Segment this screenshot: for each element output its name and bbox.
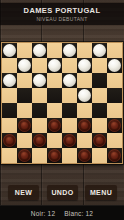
board-square[interactable]: ● xyxy=(17,118,32,133)
board-square[interactable]: ● xyxy=(2,73,17,88)
board-square[interactable] xyxy=(62,88,77,103)
white-piece[interactable]: ● xyxy=(93,44,106,57)
board-square[interactable]: ● xyxy=(32,43,47,58)
red-piece[interactable]: ● xyxy=(108,149,121,162)
board-square[interactable] xyxy=(107,103,122,118)
red-piece[interactable]: ● xyxy=(78,149,91,162)
white-piece[interactable]: ● xyxy=(78,59,91,72)
board-square[interactable] xyxy=(107,43,122,58)
white-piece[interactable]: ● xyxy=(108,59,121,72)
board-square[interactable] xyxy=(92,148,107,163)
red-piece[interactable]: ● xyxy=(48,149,61,162)
board-square[interactable] xyxy=(77,103,92,118)
undo-button[interactable]: UNDO xyxy=(47,185,78,200)
board-square[interactable]: ● xyxy=(77,148,92,163)
board-square[interactable] xyxy=(107,133,122,148)
board-square[interactable] xyxy=(32,148,47,163)
board-square[interactable] xyxy=(107,88,122,103)
board-square[interactable] xyxy=(17,73,32,88)
board-square[interactable] xyxy=(77,43,92,58)
board-square[interactable] xyxy=(32,103,47,118)
menu-button[interactable]: MENU xyxy=(85,185,117,200)
board-square[interactable]: ● xyxy=(2,43,17,58)
board-square[interactable] xyxy=(62,58,77,73)
red-piece[interactable]: ● xyxy=(3,134,16,147)
board-square[interactable] xyxy=(62,148,77,163)
red-piece[interactable]: ● xyxy=(78,119,91,132)
button-row: NEW UNDO MENU xyxy=(0,185,124,200)
white-piece[interactable]: ● xyxy=(33,44,46,57)
board-square[interactable]: ● xyxy=(32,133,47,148)
board-square[interactable]: ● xyxy=(77,88,92,103)
white-piece[interactable]: ● xyxy=(33,74,46,87)
board-square[interactable] xyxy=(47,73,62,88)
board-square[interactable] xyxy=(2,58,17,73)
board-square[interactable]: ● xyxy=(107,58,122,73)
board-square[interactable] xyxy=(2,118,17,133)
board-square[interactable] xyxy=(47,133,62,148)
white-piece[interactable]: ● xyxy=(63,44,76,57)
white-piece[interactable]: ● xyxy=(18,59,31,72)
red-piece[interactable]: ● xyxy=(18,149,31,162)
header-bar: DAMES PORTUGAL NIVEAU DEBUTANT xyxy=(0,3,124,25)
board-square[interactable] xyxy=(32,58,47,73)
board-square[interactable]: ● xyxy=(77,58,92,73)
board-square[interactable] xyxy=(62,118,77,133)
board-square[interactable]: ● xyxy=(107,118,122,133)
board-square[interactable] xyxy=(2,148,17,163)
board-square[interactable] xyxy=(92,88,107,103)
board-square[interactable]: ● xyxy=(62,73,77,88)
board-square[interactable]: ● xyxy=(17,58,32,73)
board-square[interactable] xyxy=(62,103,77,118)
board-square[interactable]: ● xyxy=(77,118,92,133)
white-piece[interactable]: ● xyxy=(3,44,16,57)
new-game-button[interactable]: NEW xyxy=(8,185,39,200)
red-piece[interactable]: ● xyxy=(33,134,46,147)
red-piece[interactable]: ● xyxy=(63,134,76,147)
board-square[interactable] xyxy=(17,133,32,148)
board-square[interactable]: ● xyxy=(62,133,77,148)
white-piece[interactable]: ● xyxy=(48,59,61,72)
board: ●●●●●●●●●●●●●●●●●●●●●●●● xyxy=(1,42,123,164)
board-square[interactable]: ● xyxy=(47,148,62,163)
white-count-label: Blanc: 12 xyxy=(64,210,93,217)
board-square[interactable] xyxy=(92,73,107,88)
red-piece[interactable]: ● xyxy=(48,119,61,132)
board-square[interactable]: ● xyxy=(47,58,62,73)
black-count-label: Noir: 12 xyxy=(31,210,55,217)
board-square[interactable]: ● xyxy=(92,133,107,148)
red-piece[interactable]: ● xyxy=(18,119,31,132)
board-square[interactable]: ● xyxy=(17,148,32,163)
board-square[interactable] xyxy=(47,43,62,58)
red-piece[interactable]: ● xyxy=(108,119,121,132)
white-piece[interactable]: ● xyxy=(63,74,76,87)
board-square[interactable] xyxy=(77,133,92,148)
board-square[interactable]: ● xyxy=(107,148,122,163)
board-square[interactable] xyxy=(47,88,62,103)
board-square[interactable] xyxy=(47,103,62,118)
difficulty-label: NIVEAU DEBUTANT xyxy=(36,16,87,22)
board-square[interactable] xyxy=(17,88,32,103)
app-window: DAMES PORTUGAL NIVEAU DEBUTANT ●●●●●●●●●… xyxy=(0,0,124,220)
red-piece[interactable]: ● xyxy=(93,134,106,147)
board-square[interactable] xyxy=(32,88,47,103)
board-square[interactable]: ● xyxy=(47,118,62,133)
board-square[interactable]: ● xyxy=(2,133,17,148)
board-square[interactable] xyxy=(92,103,107,118)
board-square[interactable] xyxy=(32,118,47,133)
white-piece[interactable]: ● xyxy=(78,89,91,102)
board-square[interactable] xyxy=(77,73,92,88)
board-square[interactable] xyxy=(2,88,17,103)
board-square[interactable]: ● xyxy=(32,73,47,88)
board-square[interactable] xyxy=(107,73,122,88)
board-square[interactable] xyxy=(92,58,107,73)
status-bar: Noir: 12 Blanc: 12 xyxy=(0,205,124,220)
board-square[interactable] xyxy=(2,103,17,118)
board-square[interactable] xyxy=(92,118,107,133)
board-square[interactable] xyxy=(17,103,32,118)
board-square[interactable]: ● xyxy=(92,43,107,58)
app-title: DAMES PORTUGAL xyxy=(24,7,101,15)
board-square[interactable]: ● xyxy=(62,43,77,58)
white-piece[interactable]: ● xyxy=(3,74,16,87)
board-square[interactable] xyxy=(17,43,32,58)
